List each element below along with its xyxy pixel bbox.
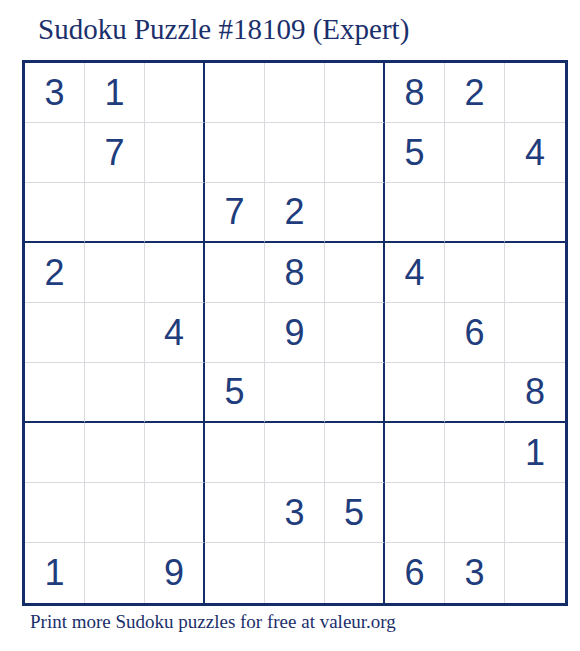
sudoku-cell-r5c2[interactable] [85, 303, 145, 363]
sudoku-cell-r1c9[interactable] [505, 63, 565, 123]
sudoku-cell-r8c4[interactable] [205, 483, 265, 543]
sudoku-cell-r3c7[interactable] [385, 183, 445, 243]
sudoku-cell-r5c8[interactable]: 6 [445, 303, 505, 363]
sudoku-cell-r9c7[interactable]: 6 [385, 543, 445, 603]
sudoku-cell-r8c1[interactable] [25, 483, 85, 543]
sudoku-cell-r8c6[interactable]: 5 [325, 483, 385, 543]
sudoku-cell-r7c1[interactable] [25, 423, 85, 483]
sudoku-cell-r5c4[interactable] [205, 303, 265, 363]
sudoku-cell-r1c8[interactable]: 2 [445, 63, 505, 123]
sudoku-cell-r9c3[interactable]: 9 [145, 543, 205, 603]
sudoku-cell-r2c3[interactable] [145, 123, 205, 183]
sudoku-cell-r9c8[interactable]: 3 [445, 543, 505, 603]
sudoku-cell-r2c2[interactable]: 7 [85, 123, 145, 183]
sudoku-cell-r6c4[interactable]: 5 [205, 363, 265, 423]
sudoku-cell-r1c1[interactable]: 3 [25, 63, 85, 123]
sudoku-cell-r1c4[interactable] [205, 63, 265, 123]
sudoku-cell-r9c5[interactable] [265, 543, 325, 603]
sudoku-cell-r1c3[interactable] [145, 63, 205, 123]
sudoku-cell-r7c2[interactable] [85, 423, 145, 483]
sudoku-cell-r6c7[interactable] [385, 363, 445, 423]
sudoku-cell-r4c1[interactable]: 2 [25, 243, 85, 303]
sudoku-cell-r2c1[interactable] [25, 123, 85, 183]
sudoku-cell-r7c7[interactable] [385, 423, 445, 483]
sudoku-cell-r3c4[interactable]: 7 [205, 183, 265, 243]
sudoku-cell-r4c3[interactable] [145, 243, 205, 303]
sudoku-cell-r8c3[interactable] [145, 483, 205, 543]
sudoku-cell-r2c8[interactable] [445, 123, 505, 183]
page-title: Sudoku Puzzle #18109 (Expert) [38, 14, 409, 46]
sudoku-cell-r2c6[interactable] [325, 123, 385, 183]
sudoku-cell-r8c5[interactable]: 3 [265, 483, 325, 543]
sudoku-cell-r6c8[interactable] [445, 363, 505, 423]
sudoku-cell-r8c9[interactable] [505, 483, 565, 543]
sudoku-cell-r3c5[interactable]: 2 [265, 183, 325, 243]
sudoku-cell-r6c9[interactable]: 8 [505, 363, 565, 423]
sudoku-cell-r4c2[interactable] [85, 243, 145, 303]
sudoku-cell-r2c7[interactable]: 5 [385, 123, 445, 183]
sudoku-cell-r4c9[interactable] [505, 243, 565, 303]
sudoku-cell-r3c2[interactable] [85, 183, 145, 243]
sudoku-cell-r1c2[interactable]: 1 [85, 63, 145, 123]
sudoku-cell-r7c9[interactable]: 1 [505, 423, 565, 483]
sudoku-cell-r3c9[interactable] [505, 183, 565, 243]
sudoku-cell-r2c5[interactable] [265, 123, 325, 183]
sudoku-cell-r4c7[interactable]: 4 [385, 243, 445, 303]
sudoku-cell-r2c4[interactable] [205, 123, 265, 183]
sudoku-cell-r9c2[interactable] [85, 543, 145, 603]
footer-text: Print more Sudoku puzzles for free at va… [30, 611, 396, 633]
sudoku-cell-r1c7[interactable]: 8 [385, 63, 445, 123]
sudoku-cell-r3c8[interactable] [445, 183, 505, 243]
sudoku-cell-r4c8[interactable] [445, 243, 505, 303]
sudoku-cell-r5c3[interactable]: 4 [145, 303, 205, 363]
sudoku-cell-r4c5[interactable]: 8 [265, 243, 325, 303]
sudoku-cell-r9c1[interactable]: 1 [25, 543, 85, 603]
sudoku-cell-r7c5[interactable] [265, 423, 325, 483]
sudoku-cell-r5c7[interactable] [385, 303, 445, 363]
sudoku-cell-r1c6[interactable] [325, 63, 385, 123]
sudoku-cell-r9c4[interactable] [205, 543, 265, 603]
sudoku-cell-r7c3[interactable] [145, 423, 205, 483]
sudoku-cell-r1c5[interactable] [265, 63, 325, 123]
sudoku-cell-r3c3[interactable] [145, 183, 205, 243]
sudoku-cell-r5c9[interactable] [505, 303, 565, 363]
sudoku-cell-r6c1[interactable] [25, 363, 85, 423]
sudoku-cell-r5c5[interactable]: 9 [265, 303, 325, 363]
sudoku-cell-r4c4[interactable] [205, 243, 265, 303]
sudoku-cell-r3c6[interactable] [325, 183, 385, 243]
sudoku-cell-r6c5[interactable] [265, 363, 325, 423]
sudoku-cell-r7c8[interactable] [445, 423, 505, 483]
sudoku-cell-r8c2[interactable] [85, 483, 145, 543]
sudoku-cell-r5c6[interactable] [325, 303, 385, 363]
sudoku-board: 318275472284496581351963 [22, 60, 568, 606]
sudoku-cell-r4c6[interactable] [325, 243, 385, 303]
sudoku-cell-r6c3[interactable] [145, 363, 205, 423]
sudoku-cell-r6c2[interactable] [85, 363, 145, 423]
sudoku-cell-r9c9[interactable] [505, 543, 565, 603]
sudoku-cell-r9c6[interactable] [325, 543, 385, 603]
sudoku-cell-r7c6[interactable] [325, 423, 385, 483]
sudoku-cell-r3c1[interactable] [25, 183, 85, 243]
sudoku-cell-r8c8[interactable] [445, 483, 505, 543]
sudoku-cell-r8c7[interactable] [385, 483, 445, 543]
sudoku-cell-r5c1[interactable] [25, 303, 85, 363]
sudoku-cell-r7c4[interactable] [205, 423, 265, 483]
sudoku-cell-r2c9[interactable]: 4 [505, 123, 565, 183]
sudoku-cell-r6c6[interactable] [325, 363, 385, 423]
